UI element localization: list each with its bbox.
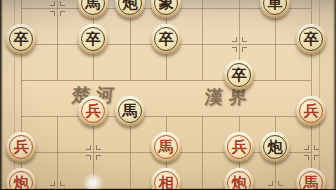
point-marker-corner (50, 11, 55, 16)
point-marker-corner (242, 47, 247, 52)
point-marker-corner (268, 181, 273, 186)
piece-character: 卒 (232, 68, 247, 83)
piece-black-cannon[interactable]: 炮 (115, 0, 145, 18)
piece-character: 馬 (123, 104, 138, 119)
rank-line (21, 116, 311, 117)
piece-black-elephant[interactable]: 象 (151, 0, 181, 18)
piece-black-horse[interactable]: 馬 (115, 96, 145, 126)
piece-character: 馬 (86, 0, 101, 11)
piece-black-pawn[interactable]: 卒 (224, 60, 254, 90)
piece-character: 兵 (14, 140, 29, 155)
piece-red-elephant[interactable]: 相 (151, 168, 181, 189)
point-marker-corner (60, 181, 65, 186)
piece-character: 卒 (14, 32, 29, 47)
piece-black-pawn[interactable]: 卒 (296, 24, 326, 54)
piece-black-pawn[interactable]: 卒 (78, 24, 108, 54)
file-line (202, 0, 203, 80)
move-hint-dot[interactable] (83, 173, 103, 189)
piece-character: 炮 (123, 0, 138, 11)
file-line (57, 0, 58, 80)
piece-black-chariot[interactable]: 車 (260, 0, 290, 18)
point-marker-corner (96, 145, 101, 150)
piece-character: 車 (268, 0, 283, 11)
piece-red-pawn[interactable]: 兵 (6, 132, 36, 162)
piece-character: 卒 (86, 32, 101, 47)
piece-character: 馬 (304, 176, 319, 190)
point-marker-corner (60, 11, 65, 16)
point-marker-corner (232, 47, 237, 52)
xiangqi-board[interactable]: 楚河 漢界 馬炮象車卒卒卒卒卒馬兵兵兵馬兵炮炮相炮馬 (0, 0, 336, 189)
rank-line (21, 80, 311, 81)
point-marker-corner (304, 155, 309, 160)
piece-red-pawn[interactable]: 兵 (296, 96, 326, 126)
piece-character: 相 (159, 176, 174, 190)
piece-character: 兵 (304, 104, 319, 119)
piece-character: 象 (159, 0, 174, 11)
river-label-hanjie: 漢界 (204, 85, 255, 109)
point-marker-corner (86, 145, 91, 150)
point-marker-corner (314, 145, 319, 150)
point-marker-corner (50, 1, 55, 6)
piece-black-horse[interactable]: 馬 (78, 0, 108, 18)
point-marker-corner (96, 155, 101, 160)
piece-character: 炮 (14, 176, 29, 190)
piece-red-cannon[interactable]: 炮 (6, 168, 36, 189)
piece-red-pawn[interactable]: 兵 (224, 132, 254, 162)
point-marker-corner (242, 37, 247, 42)
point-marker-corner (278, 181, 283, 186)
point-marker-corner (232, 37, 237, 42)
piece-character: 兵 (86, 104, 101, 119)
piece-red-cannon[interactable]: 炮 (224, 168, 254, 189)
piece-character: 兵 (232, 140, 247, 155)
point-marker-corner (50, 181, 55, 186)
piece-character: 卒 (159, 32, 174, 47)
piece-black-cannon[interactable]: 炮 (260, 132, 290, 162)
piece-black-pawn[interactable]: 卒 (151, 24, 181, 54)
point-marker-corner (60, 1, 65, 6)
piece-red-pawn[interactable]: 兵 (78, 96, 108, 126)
point-marker-corner (86, 155, 91, 160)
piece-character: 馬 (159, 140, 174, 155)
piece-character: 卒 (304, 32, 319, 47)
point-marker-corner (304, 145, 309, 150)
piece-red-horse[interactable]: 馬 (151, 132, 181, 162)
left-crop-edge (0, 0, 3, 189)
point-marker-corner (314, 155, 319, 160)
piece-black-pawn[interactable]: 卒 (6, 24, 36, 54)
piece-character: 炮 (232, 176, 247, 190)
piece-character: 炮 (268, 140, 283, 155)
piece-red-horse[interactable]: 馬 (296, 168, 326, 189)
